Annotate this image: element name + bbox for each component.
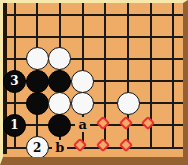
white-stone [71,70,94,93]
red-diamond-marker [118,138,132,152]
red-diamond-marker [96,116,110,130]
grid-line-horizontal [5,14,183,16]
letter-label-b: b [52,140,67,155]
stone-number: 1 [10,119,18,131]
black-stone: 3 [3,70,26,93]
grid-line-horizontal [5,36,183,38]
white-stone [48,92,71,115]
black-stone [48,70,71,93]
stone-number: 2 [33,142,41,154]
white-stone [71,92,94,115]
white-stone [26,47,49,70]
grid-line-vertical [172,3,174,149]
black-stone [26,70,49,93]
red-diamond-marker [141,116,155,130]
red-diamond-marker [118,116,132,130]
diagram-frame: 31a2b [0,0,188,165]
white-stone [117,92,140,115]
black-stone: 1 [3,114,26,137]
white-stone [48,47,71,70]
grid-line-horizontal [5,124,183,126]
letter-label-a: a [75,117,90,132]
black-stone [26,92,49,115]
white-stone: 2 [26,136,49,159]
red-diamond-marker [73,138,87,152]
red-diamond-marker [96,138,110,152]
black-stone [48,114,71,137]
stone-number: 3 [10,75,18,87]
